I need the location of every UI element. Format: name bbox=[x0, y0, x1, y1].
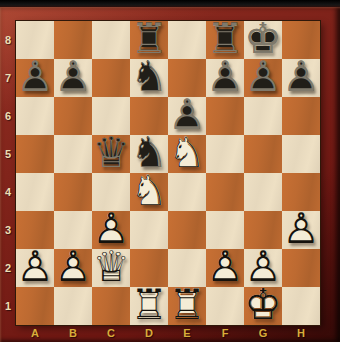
square-d7[interactable]: ♞♘ bbox=[130, 59, 168, 97]
square-a2[interactable]: ♟♙ bbox=[16, 249, 54, 287]
square-a1[interactable] bbox=[16, 287, 54, 325]
square-h6[interactable] bbox=[282, 97, 320, 135]
piece-white-pawn[interactable]: ♟♙ bbox=[16, 249, 54, 287]
board-frame: 8 7 6 5 4 3 2 1 ♜♖♜♖♚♔♟♙♟♙♞♘♟♙♟♙♟♙♟♙♛♕♞♘… bbox=[0, 7, 340, 342]
square-e4[interactable] bbox=[168, 173, 206, 211]
piece-white-pawn[interactable]: ♟♙ bbox=[54, 249, 92, 287]
piece-white-pawn[interactable]: ♟♙ bbox=[282, 211, 320, 249]
piece-white-king[interactable]: ♚♔ bbox=[244, 287, 282, 325]
square-h7[interactable]: ♟♙ bbox=[282, 59, 320, 97]
file-label: C bbox=[92, 326, 130, 341]
square-g1[interactable]: ♚♔ bbox=[244, 287, 282, 325]
square-e1[interactable]: ♜♖ bbox=[168, 287, 206, 325]
file-label: B bbox=[54, 326, 92, 341]
rank-label: 1 bbox=[1, 287, 15, 325]
file-label: F bbox=[206, 326, 244, 341]
square-b4[interactable] bbox=[54, 173, 92, 211]
file-label: G bbox=[244, 326, 282, 341]
square-c8[interactable] bbox=[92, 21, 130, 59]
square-b6[interactable] bbox=[54, 97, 92, 135]
square-d4[interactable]: ♞♘ bbox=[130, 173, 168, 211]
square-a7[interactable]: ♟♙ bbox=[16, 59, 54, 97]
square-f4[interactable] bbox=[206, 173, 244, 211]
rank-labels: 8 7 6 5 4 3 2 1 bbox=[1, 21, 15, 325]
piece-black-queen[interactable]: ♛♕ bbox=[92, 135, 130, 173]
square-b7[interactable]: ♟♙ bbox=[54, 59, 92, 97]
square-b1[interactable] bbox=[54, 287, 92, 325]
square-b2[interactable]: ♟♙ bbox=[54, 249, 92, 287]
square-f5[interactable] bbox=[206, 135, 244, 173]
square-g4[interactable] bbox=[244, 173, 282, 211]
square-c5[interactable]: ♛♕ bbox=[92, 135, 130, 173]
square-h3[interactable]: ♟♙ bbox=[282, 211, 320, 249]
piece-white-queen[interactable]: ♛♕ bbox=[92, 249, 130, 287]
piece-black-pawn[interactable]: ♟♙ bbox=[282, 59, 320, 97]
square-e8[interactable] bbox=[168, 21, 206, 59]
square-h5[interactable] bbox=[282, 135, 320, 173]
square-e5[interactable]: ♞♘ bbox=[168, 135, 206, 173]
square-d3[interactable] bbox=[130, 211, 168, 249]
piece-black-pawn[interactable]: ♟♙ bbox=[16, 59, 54, 97]
square-f2[interactable]: ♟♙ bbox=[206, 249, 244, 287]
rank-label: 6 bbox=[1, 97, 15, 135]
square-c2[interactable]: ♛♕ bbox=[92, 249, 130, 287]
square-f1[interactable] bbox=[206, 287, 244, 325]
piece-black-pawn[interactable]: ♟♙ bbox=[206, 59, 244, 97]
piece-white-rook[interactable]: ♜♖ bbox=[130, 287, 168, 325]
file-label: E bbox=[168, 326, 206, 341]
piece-black-knight[interactable]: ♞♘ bbox=[130, 59, 168, 97]
square-f7[interactable]: ♟♙ bbox=[206, 59, 244, 97]
square-d1[interactable]: ♜♖ bbox=[130, 287, 168, 325]
window-top-edge bbox=[0, 0, 340, 7]
rank-label: 4 bbox=[1, 173, 15, 211]
square-b5[interactable] bbox=[54, 135, 92, 173]
square-a6[interactable] bbox=[16, 97, 54, 135]
rank-label: 5 bbox=[1, 135, 15, 173]
piece-white-knight[interactable]: ♞♘ bbox=[130, 173, 168, 211]
square-e3[interactable] bbox=[168, 211, 206, 249]
rank-label: 7 bbox=[1, 59, 15, 97]
file-labels: A B C D E F G H bbox=[16, 326, 320, 341]
rank-label: 3 bbox=[1, 211, 15, 249]
piece-white-knight[interactable]: ♞♘ bbox=[168, 135, 206, 173]
square-c7[interactable] bbox=[92, 59, 130, 97]
square-a5[interactable] bbox=[16, 135, 54, 173]
square-h2[interactable] bbox=[282, 249, 320, 287]
square-c1[interactable] bbox=[92, 287, 130, 325]
square-h1[interactable] bbox=[282, 287, 320, 325]
square-f6[interactable] bbox=[206, 97, 244, 135]
rank-label: 2 bbox=[1, 249, 15, 287]
file-label: H bbox=[282, 326, 320, 341]
square-g5[interactable] bbox=[244, 135, 282, 173]
piece-black-pawn[interactable]: ♟♙ bbox=[244, 59, 282, 97]
square-g6[interactable] bbox=[244, 97, 282, 135]
file-label: A bbox=[16, 326, 54, 341]
chess-board[interactable]: ♜♖♜♖♚♔♟♙♟♙♞♘♟♙♟♙♟♙♟♙♛♕♞♘♞♘♞♘♟♙♟♙♟♙♟♙♛♕♟♙… bbox=[16, 21, 320, 325]
square-a4[interactable] bbox=[16, 173, 54, 211]
piece-white-rook[interactable]: ♜♖ bbox=[168, 287, 206, 325]
chess-board-window: 8 7 6 5 4 3 2 1 ♜♖♜♖♚♔♟♙♟♙♞♘♟♙♟♙♟♙♟♙♛♕♞♘… bbox=[0, 0, 340, 342]
piece-white-pawn[interactable]: ♟♙ bbox=[206, 249, 244, 287]
piece-black-pawn[interactable]: ♟♙ bbox=[54, 59, 92, 97]
file-label: D bbox=[130, 326, 168, 341]
square-g7[interactable]: ♟♙ bbox=[244, 59, 282, 97]
rank-label: 8 bbox=[1, 21, 15, 59]
